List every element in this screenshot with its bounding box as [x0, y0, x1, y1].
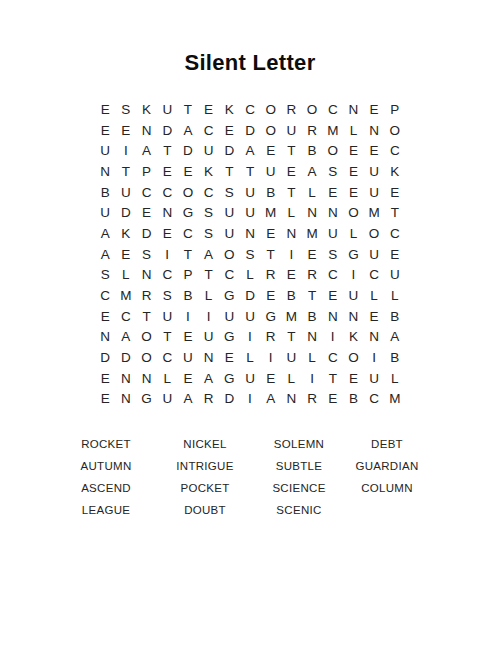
- grid-cell-r2c15: O: [384, 120, 405, 141]
- grid-cell-r5c3: C: [136, 182, 157, 203]
- grid-cell-r14c4: L: [157, 368, 178, 389]
- grid-cell-r4c14: U: [364, 161, 385, 182]
- grid-cell-r5c8: U: [240, 182, 261, 203]
- grid-cell-r12c1: N: [95, 327, 116, 348]
- grid-cell-r14c9: E: [260, 368, 281, 389]
- grid-cell-r6c2: D: [116, 202, 137, 223]
- grid-cell-r4c5: E: [178, 161, 199, 182]
- grid-cell-r7c5: C: [178, 223, 199, 244]
- grid-cell-r2c1: E: [95, 120, 116, 141]
- grid-cell-r11c8: U: [240, 306, 261, 327]
- grid-cell-r14c14: U: [364, 368, 385, 389]
- grid-cell-r5c7: S: [219, 182, 240, 203]
- grid-cell-r3c1: U: [95, 140, 116, 161]
- grid-cell-r7c6: S: [198, 223, 219, 244]
- grid-cell-r11c9: G: [260, 306, 281, 327]
- grid-cell-r2c12: M: [322, 120, 343, 141]
- grid-cell-r2c6: C: [198, 120, 219, 141]
- grid-cell-r9c6: T: [198, 265, 219, 286]
- grid-cell-r8c2: E: [116, 244, 137, 265]
- grid-cell-r11c15: B: [384, 306, 405, 327]
- grid-cell-r3c13: E: [343, 140, 364, 161]
- grid-cell-r2c14: N: [364, 120, 385, 141]
- word-list-empty-cell: [344, 499, 430, 521]
- grid-cell-r12c10: T: [281, 327, 302, 348]
- grid-cell-r6c9: M: [260, 202, 281, 223]
- grid-cell-r9c7: C: [219, 265, 240, 286]
- grid-cell-r10c9: E: [260, 285, 281, 306]
- grid-cell-r3c3: A: [136, 140, 157, 161]
- grid-cell-r7c7: U: [219, 223, 240, 244]
- word-scenic: SCENIC: [254, 499, 344, 521]
- grid-cell-r14c7: G: [219, 368, 240, 389]
- grid-cell-r4c3: P: [136, 161, 157, 182]
- grid-cell-r11c12: N: [322, 306, 343, 327]
- grid-cell-r6c14: M: [364, 202, 385, 223]
- grid-cell-r4c9: U: [260, 161, 281, 182]
- grid-cell-r6c3: E: [136, 202, 157, 223]
- grid-cell-r8c9: T: [260, 244, 281, 265]
- grid-cell-r15c7: D: [219, 389, 240, 410]
- grid-cell-r14c2: N: [116, 368, 137, 389]
- grid-cell-r15c15: M: [384, 389, 405, 410]
- grid-cell-r13c3: O: [136, 347, 157, 368]
- grid-cell-r5c2: U: [116, 182, 137, 203]
- grid-cell-r8c12: S: [322, 244, 343, 265]
- grid-cell-r1c5: T: [178, 99, 199, 120]
- grid-cell-r13c12: C: [322, 347, 343, 368]
- grid-cell-r10c3: R: [136, 285, 157, 306]
- grid-cell-r11c2: C: [116, 306, 137, 327]
- grid-cell-r4c10: E: [281, 161, 302, 182]
- grid-cell-r12c6: U: [198, 327, 219, 348]
- grid-cell-r4c4: E: [157, 161, 178, 182]
- grid-cell-r8c5: T: [178, 244, 199, 265]
- grid-cell-r2c7: E: [219, 120, 240, 141]
- grid-cell-r13c8: L: [240, 347, 261, 368]
- grid-cell-r3c8: A: [240, 140, 261, 161]
- grid-cell-r10c15: L: [384, 285, 405, 306]
- grid-cell-r9c10: E: [281, 265, 302, 286]
- grid-cell-r5c11: L: [302, 182, 323, 203]
- word-solemn: SOLEMN: [254, 433, 344, 455]
- grid-cell-r5c13: E: [343, 182, 364, 203]
- grid-cell-r11c6: I: [198, 306, 219, 327]
- grid-cell-r12c14: N: [364, 327, 385, 348]
- grid-cell-r10c11: T: [302, 285, 323, 306]
- grid-cell-r4c8: T: [240, 161, 261, 182]
- grid-cell-r8c1: A: [95, 244, 116, 265]
- grid-cell-r1c4: U: [157, 99, 178, 120]
- grid-cell-r2c4: D: [157, 120, 178, 141]
- grid-cell-r15c10: N: [281, 389, 302, 410]
- grid-cell-r6c8: U: [240, 202, 261, 223]
- grid-cell-r15c1: E: [95, 389, 116, 410]
- grid-cell-r3c14: E: [364, 140, 385, 161]
- grid-cell-r14c3: N: [136, 368, 157, 389]
- grid-cell-r3c9: E: [260, 140, 281, 161]
- grid-cell-r10c10: B: [281, 285, 302, 306]
- grid-cell-r12c5: E: [178, 327, 199, 348]
- grid-cell-r13c1: D: [95, 347, 116, 368]
- grid-cell-r15c4: U: [157, 389, 178, 410]
- grid-cell-r14c1: E: [95, 368, 116, 389]
- grid-cell-r4c7: T: [219, 161, 240, 182]
- word-list: ROCKETNICKELSOLEMNDEBTAUTUMNINTRIGUESUBT…: [56, 433, 500, 521]
- grid-cell-r7c1: A: [95, 223, 116, 244]
- grid-cell-r14c12: T: [322, 368, 343, 389]
- grid-cell-r13c9: I: [260, 347, 281, 368]
- grid-cell-r7c10: N: [281, 223, 302, 244]
- grid-cell-r2c10: U: [281, 120, 302, 141]
- grid-cell-r11c5: I: [178, 306, 199, 327]
- worksheet-page: Silent Letter ESKUTEKCOROCNEPEENDACEDOUR…: [0, 0, 500, 647]
- grid-cell-r5c9: B: [260, 182, 281, 203]
- grid-cell-r10c2: M: [116, 285, 137, 306]
- grid-cell-r10c8: D: [240, 285, 261, 306]
- grid-cell-r14c10: L: [281, 368, 302, 389]
- grid-cell-r3c7: D: [219, 140, 240, 161]
- grid-cell-r8c6: A: [198, 244, 219, 265]
- grid-cell-r7c15: C: [384, 223, 405, 244]
- grid-cell-r9c8: L: [240, 265, 261, 286]
- grid-cell-r3c6: U: [198, 140, 219, 161]
- grid-cell-r15c2: N: [116, 389, 137, 410]
- grid-cell-r3c2: I: [116, 140, 137, 161]
- grid-cell-r12c13: K: [343, 327, 364, 348]
- grid-cell-r7c2: K: [116, 223, 137, 244]
- grid-cell-r8c7: O: [219, 244, 240, 265]
- word-pocket: POCKET: [156, 477, 254, 499]
- grid-cell-r3c5: D: [178, 140, 199, 161]
- grid-cell-r4c6: K: [198, 161, 219, 182]
- grid-cell-r12c15: A: [384, 327, 405, 348]
- grid-cell-r3c12: O: [322, 140, 343, 161]
- grid-cell-r5c14: U: [364, 182, 385, 203]
- word-science: SCIENCE: [254, 477, 344, 499]
- grid-cell-r1c2: S: [116, 99, 137, 120]
- word-doubt: DOUBT: [156, 499, 254, 521]
- grid-cell-r7c11: M: [302, 223, 323, 244]
- grid-cell-r13c15: B: [384, 347, 405, 368]
- grid-cell-r1c8: C: [240, 99, 261, 120]
- grid-cell-r1c10: R: [281, 99, 302, 120]
- grid-cell-r6c7: U: [219, 202, 240, 223]
- grid-cell-r4c11: A: [302, 161, 323, 182]
- grid-cell-r11c7: U: [219, 306, 240, 327]
- grid-cell-r3c10: T: [281, 140, 302, 161]
- grid-cell-r9c1: S: [95, 265, 116, 286]
- grid-cell-r1c11: O: [302, 99, 323, 120]
- grid-cell-r15c8: I: [240, 389, 261, 410]
- grid-cell-r8c14: U: [364, 244, 385, 265]
- grid-cell-r10c5: B: [178, 285, 199, 306]
- grid-cell-r7c8: N: [240, 223, 261, 244]
- grid-cell-r12c12: I: [322, 327, 343, 348]
- grid-cell-r1c7: K: [219, 99, 240, 120]
- grid-cell-r6c13: O: [343, 202, 364, 223]
- grid-cell-r7c4: E: [157, 223, 178, 244]
- grid-cell-r13c14: I: [364, 347, 385, 368]
- grid-cell-r3c15: C: [384, 140, 405, 161]
- word-search-grid: ESKUTEKCOROCNEPEENDACEDOURMLNOUIATDUDAET…: [95, 99, 405, 409]
- grid-cell-r7c14: O: [364, 223, 385, 244]
- grid-cell-r1c12: C: [322, 99, 343, 120]
- grid-cell-r2c9: O: [260, 120, 281, 141]
- puzzle-title: Silent Letter: [0, 0, 500, 75]
- grid-cell-r10c6: L: [198, 285, 219, 306]
- word-rocket: ROCKET: [56, 433, 156, 455]
- grid-cell-r8c13: G: [343, 244, 364, 265]
- grid-cell-r6c15: T: [384, 202, 405, 223]
- grid-cell-r2c11: R: [302, 120, 323, 141]
- grid-cell-r9c4: C: [157, 265, 178, 286]
- grid-cell-r14c13: E: [343, 368, 364, 389]
- grid-cell-r6c1: U: [95, 202, 116, 223]
- grid-cell-r8c4: I: [157, 244, 178, 265]
- grid-cell-r15c3: G: [136, 389, 157, 410]
- grid-cell-r1c14: E: [364, 99, 385, 120]
- grid-cell-r9c11: R: [302, 265, 323, 286]
- grid-cell-r3c11: B: [302, 140, 323, 161]
- grid-cell-r10c4: S: [157, 285, 178, 306]
- grid-cell-r7c3: D: [136, 223, 157, 244]
- grid-cell-r15c9: A: [260, 389, 281, 410]
- grid-cell-r3c4: T: [157, 140, 178, 161]
- grid-cell-r11c13: N: [343, 306, 364, 327]
- grid-cell-r7c12: U: [322, 223, 343, 244]
- grid-cell-r9c2: L: [116, 265, 137, 286]
- grid-cell-r9c5: P: [178, 265, 199, 286]
- grid-cell-r13c6: N: [198, 347, 219, 368]
- grid-cell-r9c13: I: [343, 265, 364, 286]
- grid-cell-r15c12: E: [322, 389, 343, 410]
- grid-cell-r5c1: B: [95, 182, 116, 203]
- grid-cell-r14c15: L: [384, 368, 405, 389]
- grid-cell-r13c2: D: [116, 347, 137, 368]
- word-column: COLUMN: [344, 477, 430, 499]
- grid-cell-r4c15: K: [384, 161, 405, 182]
- grid-cell-r4c2: T: [116, 161, 137, 182]
- grid-cell-r7c9: E: [260, 223, 281, 244]
- grid-cell-r15c5: A: [178, 389, 199, 410]
- grid-cell-r4c13: E: [343, 161, 364, 182]
- grid-cell-r8c8: S: [240, 244, 261, 265]
- grid-cell-r13c4: C: [157, 347, 178, 368]
- word-intrigue: INTRIGUE: [156, 455, 254, 477]
- grid-cell-r12c4: T: [157, 327, 178, 348]
- grid-cell-r8c3: S: [136, 244, 157, 265]
- grid-cell-r11c1: E: [95, 306, 116, 327]
- grid-cell-r11c4: U: [157, 306, 178, 327]
- grid-cell-r5c10: T: [281, 182, 302, 203]
- grid-cell-r2c5: A: [178, 120, 199, 141]
- word-autumn: AUTUMN: [56, 455, 156, 477]
- grid-cell-r15c11: R: [302, 389, 323, 410]
- grid-cell-r2c3: N: [136, 120, 157, 141]
- grid-cell-r5c12: E: [322, 182, 343, 203]
- word-subtle: SUBTLE: [254, 455, 344, 477]
- grid-cell-r15c14: C: [364, 389, 385, 410]
- word-league: LEAGUE: [56, 499, 156, 521]
- grid-cell-r9c9: R: [260, 265, 281, 286]
- grid-cell-r15c13: B: [343, 389, 364, 410]
- grid-cell-r10c7: G: [219, 285, 240, 306]
- grid-cell-r9c12: C: [322, 265, 343, 286]
- grid-cell-r1c15: P: [384, 99, 405, 120]
- grid-cell-r10c12: E: [322, 285, 343, 306]
- grid-cell-r1c1: E: [95, 99, 116, 120]
- grid-cell-r14c11: I: [302, 368, 323, 389]
- grid-cell-r13c10: U: [281, 347, 302, 368]
- grid-cell-r11c11: B: [302, 306, 323, 327]
- word-ascend: ASCEND: [56, 477, 156, 499]
- grid-cell-r12c8: I: [240, 327, 261, 348]
- grid-cell-r9c14: C: [364, 265, 385, 286]
- grid-cell-r12c9: R: [260, 327, 281, 348]
- grid-cell-r11c14: E: [364, 306, 385, 327]
- grid-cell-r2c2: E: [116, 120, 137, 141]
- grid-cell-r14c5: E: [178, 368, 199, 389]
- grid-cell-r1c9: O: [260, 99, 281, 120]
- grid-cell-r10c14: L: [364, 285, 385, 306]
- grid-cell-r9c3: N: [136, 265, 157, 286]
- grid-cell-r6c12: N: [322, 202, 343, 223]
- grid-cell-r8c15: E: [384, 244, 405, 265]
- grid-cell-r6c11: N: [302, 202, 323, 223]
- grid-cell-r8c10: I: [281, 244, 302, 265]
- grid-cell-r7c13: L: [343, 223, 364, 244]
- grid-cell-r15c6: R: [198, 389, 219, 410]
- grid-cell-r6c6: S: [198, 202, 219, 223]
- grid-cell-r14c8: U: [240, 368, 261, 389]
- grid-cell-r12c7: G: [219, 327, 240, 348]
- grid-cell-r5c5: O: [178, 182, 199, 203]
- grid-cell-r1c13: N: [343, 99, 364, 120]
- word-nickel: NICKEL: [156, 433, 254, 455]
- grid-cell-r1c3: K: [136, 99, 157, 120]
- grid-cell-r6c4: N: [157, 202, 178, 223]
- grid-cell-r5c6: C: [198, 182, 219, 203]
- grid-cell-r12c2: A: [116, 327, 137, 348]
- grid-cell-r2c13: L: [343, 120, 364, 141]
- grid-cell-r13c7: E: [219, 347, 240, 368]
- grid-cell-r4c12: S: [322, 161, 343, 182]
- grid-cell-r11c10: M: [281, 306, 302, 327]
- grid-cell-r10c1: C: [95, 285, 116, 306]
- grid-cell-r2c8: D: [240, 120, 261, 141]
- grid-cell-r10c13: U: [343, 285, 364, 306]
- grid-cell-r8c11: E: [302, 244, 323, 265]
- grid-cell-r13c11: L: [302, 347, 323, 368]
- grid-cell-r13c13: O: [343, 347, 364, 368]
- grid-cell-r12c3: O: [136, 327, 157, 348]
- grid-cell-r4c1: N: [95, 161, 116, 182]
- grid-cell-r6c10: L: [281, 202, 302, 223]
- grid-cell-r13c5: U: [178, 347, 199, 368]
- word-guardian: GUARDIAN: [344, 455, 430, 477]
- grid-cell-r12c11: N: [302, 327, 323, 348]
- grid-cell-r1c6: E: [198, 99, 219, 120]
- grid-cell-r14c6: A: [198, 368, 219, 389]
- grid-cell-r6c5: G: [178, 202, 199, 223]
- word-debt: DEBT: [344, 433, 430, 455]
- grid-cell-r5c15: E: [384, 182, 405, 203]
- grid-cell-r11c3: T: [136, 306, 157, 327]
- grid-cell-r9c15: U: [384, 265, 405, 286]
- grid-cell-r5c4: C: [157, 182, 178, 203]
